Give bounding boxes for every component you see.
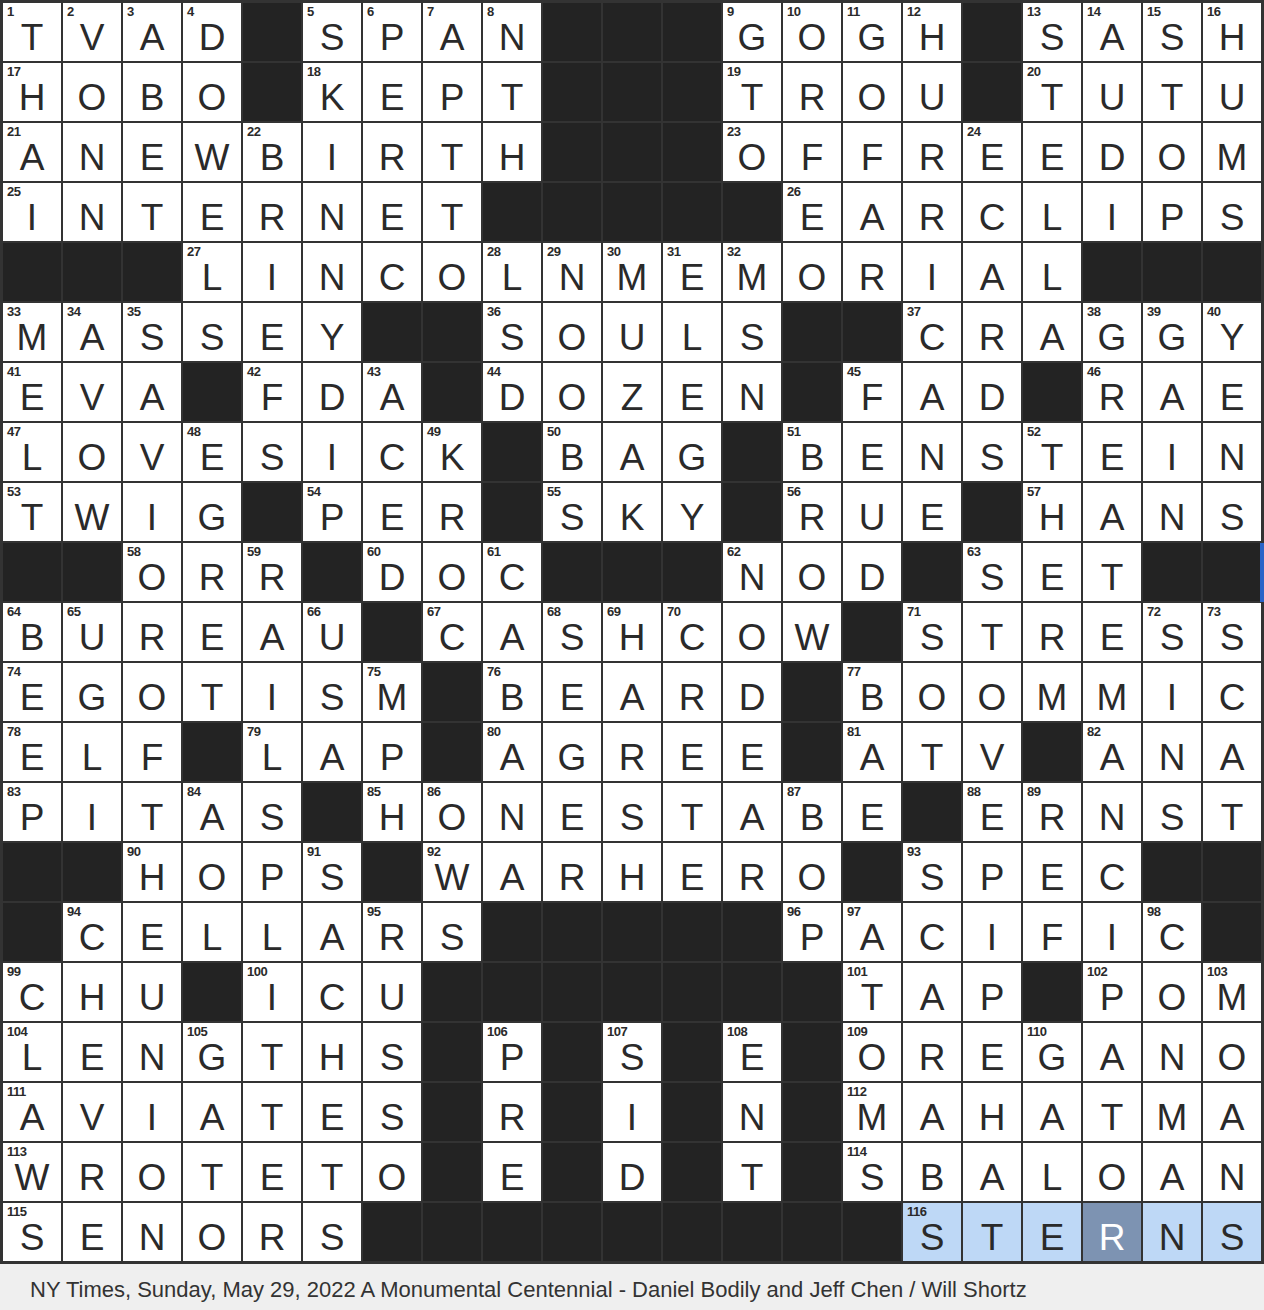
- cell-r14c4[interactable]: 84A: [183, 783, 241, 841]
- cell-r2c18[interactable]: 20T: [1023, 63, 1081, 121]
- cell-r14c20[interactable]: S: [1143, 783, 1201, 841]
- cell-r14c15[interactable]: E: [843, 783, 901, 841]
- cell-r4c5[interactable]: R: [243, 183, 301, 241]
- cell-r13c19[interactable]: 82A: [1083, 723, 1141, 781]
- cell-r14c8[interactable]: 86O: [423, 783, 481, 841]
- cell-r1c2[interactable]: 2V: [63, 3, 121, 61]
- cell-r6c12[interactable]: L: [663, 303, 721, 361]
- cell-r16c16[interactable]: C: [903, 903, 961, 961]
- cell-r4c16[interactable]: R: [903, 183, 961, 241]
- cell-r4c4[interactable]: E: [183, 183, 241, 241]
- cell-r15c18[interactable]: E: [1023, 843, 1081, 901]
- cell-r19c9[interactable]: R: [483, 1083, 541, 1141]
- cell-r20c19[interactable]: O: [1083, 1143, 1141, 1201]
- cell-r5c11[interactable]: 30M: [603, 243, 661, 301]
- cell-r6c9[interactable]: 36S: [483, 303, 541, 361]
- cell-r12c9[interactable]: 76B: [483, 663, 541, 721]
- cell-r1c3[interactable]: 3A: [123, 3, 181, 61]
- cell-r3c20[interactable]: O: [1143, 123, 1201, 181]
- cell-r6c13[interactable]: S: [723, 303, 781, 361]
- cell-r6c11[interactable]: U: [603, 303, 661, 361]
- cell-r11c4[interactable]: E: [183, 603, 241, 661]
- cell-r9c21[interactable]: S: [1203, 483, 1261, 541]
- cell-r6c3[interactable]: 35S: [123, 303, 181, 361]
- cell-r6c20[interactable]: 39G: [1143, 303, 1201, 361]
- cell-r1c1[interactable]: 1T: [3, 3, 61, 61]
- cell-r17c20[interactable]: O: [1143, 963, 1201, 1021]
- cell-r12c4[interactable]: T: [183, 663, 241, 721]
- cell-r14c5[interactable]: S: [243, 783, 301, 841]
- cell-r10c5[interactable]: 59R: [243, 543, 301, 601]
- cell-r10c4[interactable]: R: [183, 543, 241, 601]
- cell-r3c21[interactable]: M: [1203, 123, 1261, 181]
- cell-r8c17[interactable]: S: [963, 423, 1021, 481]
- cell-r7c13[interactable]: N: [723, 363, 781, 421]
- cell-r8c7[interactable]: C: [363, 423, 421, 481]
- cell-r8c12[interactable]: G: [663, 423, 721, 481]
- cell-r19c3[interactable]: I: [123, 1083, 181, 1141]
- cell-r15c5[interactable]: P: [243, 843, 301, 901]
- cell-r6c10[interactable]: O: [543, 303, 601, 361]
- cell-r8c2[interactable]: O: [63, 423, 121, 481]
- cell-r2c1[interactable]: 17H: [3, 63, 61, 121]
- cell-r13c17[interactable]: V: [963, 723, 1021, 781]
- cell-r15c19[interactable]: C: [1083, 843, 1141, 901]
- cell-r19c17[interactable]: H: [963, 1083, 1021, 1141]
- cell-r15c12[interactable]: E: [663, 843, 721, 901]
- cell-r6c17[interactable]: R: [963, 303, 1021, 361]
- cell-r5c12[interactable]: 31E: [663, 243, 721, 301]
- cell-r13c11[interactable]: R: [603, 723, 661, 781]
- cell-r20c16[interactable]: B: [903, 1143, 961, 1201]
- cell-r10c9[interactable]: 61C: [483, 543, 541, 601]
- cell-r10c15[interactable]: D: [843, 543, 901, 601]
- cell-r1c8[interactable]: 7A: [423, 3, 481, 61]
- cell-r11c16[interactable]: 71S: [903, 603, 961, 661]
- cell-r8c3[interactable]: V: [123, 423, 181, 481]
- cell-r12c2[interactable]: G: [63, 663, 121, 721]
- cell-r9c1[interactable]: 53T: [3, 483, 61, 541]
- cell-r20c11[interactable]: D: [603, 1143, 661, 1201]
- cell-r5c14[interactable]: O: [783, 243, 841, 301]
- cell-r16c2[interactable]: 94C: [63, 903, 121, 961]
- cell-r16c18[interactable]: F: [1023, 903, 1081, 961]
- cell-r16c19[interactable]: I: [1083, 903, 1141, 961]
- cell-r9c4[interactable]: G: [183, 483, 241, 541]
- cell-r17c21[interactable]: 103M: [1203, 963, 1261, 1021]
- cell-r19c4[interactable]: A: [183, 1083, 241, 1141]
- cell-r14c17[interactable]: 88E: [963, 783, 1021, 841]
- cell-r12c6[interactable]: S: [303, 663, 361, 721]
- cell-r1c14[interactable]: 10O: [783, 3, 841, 61]
- cell-r4c7[interactable]: E: [363, 183, 421, 241]
- cell-r13c21[interactable]: A: [1203, 723, 1261, 781]
- cell-r7c12[interactable]: E: [663, 363, 721, 421]
- cell-r7c2[interactable]: V: [63, 363, 121, 421]
- cell-r11c6[interactable]: 66U: [303, 603, 361, 661]
- cell-r8c20[interactable]: I: [1143, 423, 1201, 481]
- cell-r8c6[interactable]: I: [303, 423, 361, 481]
- cell-r6c4[interactable]: S: [183, 303, 241, 361]
- cell-r12c13[interactable]: D: [723, 663, 781, 721]
- cell-r8c11[interactable]: A: [603, 423, 661, 481]
- cell-r12c17[interactable]: O: [963, 663, 1021, 721]
- cell-r6c19[interactable]: 38G: [1083, 303, 1141, 361]
- cell-r8c10[interactable]: 50B: [543, 423, 601, 481]
- cell-r14c9[interactable]: N: [483, 783, 541, 841]
- cell-r6c16[interactable]: 37C: [903, 303, 961, 361]
- cell-r20c15[interactable]: 114S: [843, 1143, 901, 1201]
- cell-r17c16[interactable]: A: [903, 963, 961, 1021]
- cell-r7c15[interactable]: 45F: [843, 363, 901, 421]
- cell-r14c21[interactable]: T: [1203, 783, 1261, 841]
- cell-r4c17[interactable]: C: [963, 183, 1021, 241]
- cell-r19c11[interactable]: I: [603, 1083, 661, 1141]
- cell-r4c6[interactable]: N: [303, 183, 361, 241]
- cell-r1c18[interactable]: 13S: [1023, 3, 1081, 61]
- cell-r1c4[interactable]: 4D: [183, 3, 241, 61]
- cell-r18c19[interactable]: A: [1083, 1023, 1141, 1081]
- cell-r7c17[interactable]: D: [963, 363, 1021, 421]
- cell-r10c19[interactable]: T: [1083, 543, 1141, 601]
- cell-r5c17[interactable]: A: [963, 243, 1021, 301]
- cell-r9c2[interactable]: W: [63, 483, 121, 541]
- cell-r9c20[interactable]: N: [1143, 483, 1201, 541]
- cell-r3c9[interactable]: H: [483, 123, 541, 181]
- cell-r10c7[interactable]: 60D: [363, 543, 421, 601]
- cell-r9c10[interactable]: 55S: [543, 483, 601, 541]
- scrollbar-thumb[interactable]: [1260, 543, 1264, 602]
- cell-r3c4[interactable]: W: [183, 123, 241, 181]
- cell-r20c2[interactable]: R: [63, 1143, 121, 1201]
- cell-r15c16[interactable]: 93S: [903, 843, 961, 901]
- cell-r19c7[interactable]: S: [363, 1083, 421, 1141]
- cell-r2c19[interactable]: U: [1083, 63, 1141, 121]
- cell-r7c10[interactable]: O: [543, 363, 601, 421]
- cell-r4c20[interactable]: P: [1143, 183, 1201, 241]
- cell-r12c10[interactable]: E: [543, 663, 601, 721]
- cell-r5c10[interactable]: 29N: [543, 243, 601, 301]
- cell-r4c1[interactable]: 25I: [3, 183, 61, 241]
- cell-r15c4[interactable]: O: [183, 843, 241, 901]
- cell-r12c21[interactable]: C: [1203, 663, 1261, 721]
- cell-r14c19[interactable]: N: [1083, 783, 1141, 841]
- cell-r8c19[interactable]: E: [1083, 423, 1141, 481]
- cell-r21c3[interactable]: N: [123, 1203, 181, 1261]
- cell-r16c8[interactable]: S: [423, 903, 481, 961]
- cell-r13c15[interactable]: 81A: [843, 723, 901, 781]
- cell-r17c6[interactable]: C: [303, 963, 361, 1021]
- cell-r21c2[interactable]: E: [63, 1203, 121, 1261]
- cell-r2c2[interactable]: O: [63, 63, 121, 121]
- cell-r11c18[interactable]: R: [1023, 603, 1081, 661]
- cell-r16c7[interactable]: 95R: [363, 903, 421, 961]
- cell-r5c9[interactable]: 28L: [483, 243, 541, 301]
- cell-r12c18[interactable]: M: [1023, 663, 1081, 721]
- cell-r12c5[interactable]: I: [243, 663, 301, 721]
- cell-r1c20[interactable]: 15S: [1143, 3, 1201, 61]
- cell-r18c17[interactable]: E: [963, 1023, 1021, 1081]
- cell-r17c2[interactable]: H: [63, 963, 121, 1021]
- cell-r16c3[interactable]: E: [123, 903, 181, 961]
- cell-r20c5[interactable]: E: [243, 1143, 301, 1201]
- cell-r2c16[interactable]: U: [903, 63, 961, 121]
- cell-r18c11[interactable]: 107S: [603, 1023, 661, 1081]
- cell-r3c18[interactable]: E: [1023, 123, 1081, 181]
- cell-r2c6[interactable]: 18K: [303, 63, 361, 121]
- cell-r11c21[interactable]: 73S: [1203, 603, 1261, 661]
- cell-r9c14[interactable]: 56R: [783, 483, 841, 541]
- cell-r1c7[interactable]: 6P: [363, 3, 421, 61]
- cell-r10c17[interactable]: 63S: [963, 543, 1021, 601]
- cell-r16c6[interactable]: A: [303, 903, 361, 961]
- cell-r19c16[interactable]: A: [903, 1083, 961, 1141]
- cell-r13c5[interactable]: 79L: [243, 723, 301, 781]
- cell-r18c9[interactable]: 106P: [483, 1023, 541, 1081]
- cell-r14c18[interactable]: 89R: [1023, 783, 1081, 841]
- cell-r7c7[interactable]: 43A: [363, 363, 421, 421]
- cell-r16c20[interactable]: 98C: [1143, 903, 1201, 961]
- cell-r19c20[interactable]: M: [1143, 1083, 1201, 1141]
- cell-r9c15[interactable]: U: [843, 483, 901, 541]
- cell-r1c13[interactable]: 9G: [723, 3, 781, 61]
- cell-r16c15[interactable]: 97A: [843, 903, 901, 961]
- cell-r12c20[interactable]: I: [1143, 663, 1201, 721]
- cell-r11c5[interactable]: A: [243, 603, 301, 661]
- cell-r16c5[interactable]: L: [243, 903, 301, 961]
- cell-r7c21[interactable]: E: [1203, 363, 1261, 421]
- cell-r21c21[interactable]: S: [1203, 1203, 1261, 1261]
- cell-r15c8[interactable]: 92W: [423, 843, 481, 901]
- cell-r11c19[interactable]: E: [1083, 603, 1141, 661]
- cell-r18c1[interactable]: 104L: [3, 1023, 61, 1081]
- cell-r2c3[interactable]: B: [123, 63, 181, 121]
- cell-r4c21[interactable]: S: [1203, 183, 1261, 241]
- cell-r6c1[interactable]: 33M: [3, 303, 61, 361]
- cell-r1c16[interactable]: 12H: [903, 3, 961, 61]
- cell-r16c17[interactable]: I: [963, 903, 1021, 961]
- cell-r5c8[interactable]: O: [423, 243, 481, 301]
- cell-r13c10[interactable]: G: [543, 723, 601, 781]
- cell-r21c4[interactable]: O: [183, 1203, 241, 1261]
- cell-r4c8[interactable]: T: [423, 183, 481, 241]
- cell-r11c2[interactable]: 65U: [63, 603, 121, 661]
- cell-r19c2[interactable]: V: [63, 1083, 121, 1141]
- cell-r15c6[interactable]: 91S: [303, 843, 361, 901]
- cell-r15c11[interactable]: H: [603, 843, 661, 901]
- cell-r18c5[interactable]: T: [243, 1023, 301, 1081]
- cell-r2c8[interactable]: P: [423, 63, 481, 121]
- cell-r12c19[interactable]: M: [1083, 663, 1141, 721]
- cell-r20c13[interactable]: T: [723, 1143, 781, 1201]
- cell-r11c13[interactable]: O: [723, 603, 781, 661]
- cell-r2c15[interactable]: O: [843, 63, 901, 121]
- cell-r1c19[interactable]: 14A: [1083, 3, 1141, 61]
- cell-r4c3[interactable]: T: [123, 183, 181, 241]
- cell-r15c9[interactable]: A: [483, 843, 541, 901]
- cell-r20c20[interactable]: A: [1143, 1143, 1201, 1201]
- cell-r6c6[interactable]: Y: [303, 303, 361, 361]
- cell-r3c7[interactable]: R: [363, 123, 421, 181]
- cell-r20c9[interactable]: E: [483, 1143, 541, 1201]
- cell-r15c10[interactable]: R: [543, 843, 601, 901]
- cell-r7c9[interactable]: 44D: [483, 363, 541, 421]
- cell-r7c16[interactable]: A: [903, 363, 961, 421]
- cell-r21c18[interactable]: E: [1023, 1203, 1081, 1261]
- cell-r12c15[interactable]: 77B: [843, 663, 901, 721]
- cell-r11c12[interactable]: 70C: [663, 603, 721, 661]
- cell-r14c7[interactable]: 85H: [363, 783, 421, 841]
- cell-r18c4[interactable]: 105G: [183, 1023, 241, 1081]
- cell-r9c6[interactable]: 54P: [303, 483, 361, 541]
- cell-r12c7[interactable]: 75M: [363, 663, 421, 721]
- cell-r4c14[interactable]: 26E: [783, 183, 841, 241]
- cell-r7c20[interactable]: A: [1143, 363, 1201, 421]
- cell-r2c7[interactable]: E: [363, 63, 421, 121]
- cell-r11c11[interactable]: 69H: [603, 603, 661, 661]
- cell-r20c3[interactable]: O: [123, 1143, 181, 1201]
- cell-r20c21[interactable]: N: [1203, 1143, 1261, 1201]
- cell-r15c3[interactable]: 90H: [123, 843, 181, 901]
- cell-r3c8[interactable]: T: [423, 123, 481, 181]
- cell-r14c1[interactable]: 83P: [3, 783, 61, 841]
- cell-r21c5[interactable]: R: [243, 1203, 301, 1261]
- cell-r16c14[interactable]: 96P: [783, 903, 841, 961]
- cell-r8c15[interactable]: E: [843, 423, 901, 481]
- cell-r8c16[interactable]: N: [903, 423, 961, 481]
- cell-r7c3[interactable]: A: [123, 363, 181, 421]
- cell-r13c20[interactable]: N: [1143, 723, 1201, 781]
- cell-r11c10[interactable]: 68S: [543, 603, 601, 661]
- cell-r3c19[interactable]: D: [1083, 123, 1141, 181]
- cell-r10c13[interactable]: 62N: [723, 543, 781, 601]
- cell-r19c19[interactable]: T: [1083, 1083, 1141, 1141]
- cell-r21c19[interactable]: R: [1083, 1203, 1141, 1261]
- cell-r13c2[interactable]: L: [63, 723, 121, 781]
- cell-r1c15[interactable]: 11G: [843, 3, 901, 61]
- cell-r20c4[interactable]: T: [183, 1143, 241, 1201]
- cell-r6c2[interactable]: 34A: [63, 303, 121, 361]
- cell-r7c19[interactable]: 46R: [1083, 363, 1141, 421]
- cell-r9c3[interactable]: I: [123, 483, 181, 541]
- cell-r9c11[interactable]: K: [603, 483, 661, 541]
- cell-r13c12[interactable]: E: [663, 723, 721, 781]
- cell-r14c11[interactable]: S: [603, 783, 661, 841]
- cell-r7c11[interactable]: Z: [603, 363, 661, 421]
- cell-r18c16[interactable]: R: [903, 1023, 961, 1081]
- cell-r6c21[interactable]: 40Y: [1203, 303, 1261, 361]
- cell-r14c13[interactable]: A: [723, 783, 781, 841]
- cell-r8c18[interactable]: 52T: [1023, 423, 1081, 481]
- cell-r11c9[interactable]: A: [483, 603, 541, 661]
- cell-r9c18[interactable]: 57H: [1023, 483, 1081, 541]
- cell-r2c4[interactable]: O: [183, 63, 241, 121]
- cell-r19c5[interactable]: T: [243, 1083, 301, 1141]
- cell-r21c17[interactable]: T: [963, 1203, 1021, 1261]
- cell-r5c18[interactable]: L: [1023, 243, 1081, 301]
- cell-r8c14[interactable]: 51B: [783, 423, 841, 481]
- cell-r5c16[interactable]: I: [903, 243, 961, 301]
- cell-r9c19[interactable]: A: [1083, 483, 1141, 541]
- cell-r18c7[interactable]: S: [363, 1023, 421, 1081]
- cell-r7c6[interactable]: D: [303, 363, 361, 421]
- cell-r12c3[interactable]: O: [123, 663, 181, 721]
- cell-r5c15[interactable]: R: [843, 243, 901, 301]
- cell-r11c14[interactable]: W: [783, 603, 841, 661]
- cell-r2c21[interactable]: U: [1203, 63, 1261, 121]
- cell-r20c7[interactable]: O: [363, 1143, 421, 1201]
- cell-r7c5[interactable]: 42F: [243, 363, 301, 421]
- cell-r9c8[interactable]: R: [423, 483, 481, 541]
- cell-r2c20[interactable]: T: [1143, 63, 1201, 121]
- cell-r3c16[interactable]: R: [903, 123, 961, 181]
- cell-r5c4[interactable]: 27L: [183, 243, 241, 301]
- cell-r17c1[interactable]: 99C: [3, 963, 61, 1021]
- cell-r14c3[interactable]: T: [123, 783, 181, 841]
- cell-r18c20[interactable]: N: [1143, 1023, 1201, 1081]
- cell-r10c3[interactable]: 58O: [123, 543, 181, 601]
- cell-r6c18[interactable]: A: [1023, 303, 1081, 361]
- cell-r2c14[interactable]: R: [783, 63, 841, 121]
- cell-r20c18[interactable]: L: [1023, 1143, 1081, 1201]
- cell-r6c5[interactable]: E: [243, 303, 301, 361]
- cell-r21c6[interactable]: S: [303, 1203, 361, 1261]
- cell-r13c7[interactable]: P: [363, 723, 421, 781]
- cell-r13c3[interactable]: F: [123, 723, 181, 781]
- cell-r17c17[interactable]: P: [963, 963, 1021, 1021]
- cell-r11c17[interactable]: T: [963, 603, 1021, 661]
- cell-r19c13[interactable]: N: [723, 1083, 781, 1141]
- cell-r8c5[interactable]: S: [243, 423, 301, 481]
- cell-r2c13[interactable]: 19T: [723, 63, 781, 121]
- cell-r12c12[interactable]: R: [663, 663, 721, 721]
- cell-r21c16[interactable]: 116S: [903, 1203, 961, 1261]
- cell-r17c5[interactable]: 100I: [243, 963, 301, 1021]
- cell-r20c17[interactable]: A: [963, 1143, 1021, 1201]
- cell-r8c21[interactable]: N: [1203, 423, 1261, 481]
- cell-r17c19[interactable]: 102P: [1083, 963, 1141, 1021]
- cell-r19c18[interactable]: A: [1023, 1083, 1081, 1141]
- cell-r1c9[interactable]: 8N: [483, 3, 541, 61]
- cell-r2c9[interactable]: T: [483, 63, 541, 121]
- cell-r13c16[interactable]: T: [903, 723, 961, 781]
- cell-r3c6[interactable]: I: [303, 123, 361, 181]
- cell-r19c1[interactable]: 111A: [3, 1083, 61, 1141]
- cell-r16c4[interactable]: L: [183, 903, 241, 961]
- cell-r18c21[interactable]: O: [1203, 1023, 1261, 1081]
- cell-r9c12[interactable]: Y: [663, 483, 721, 541]
- cell-r5c13[interactable]: 32M: [723, 243, 781, 301]
- cell-r5c6[interactable]: N: [303, 243, 361, 301]
- cell-r11c1[interactable]: 64B: [3, 603, 61, 661]
- cell-r18c18[interactable]: 110G: [1023, 1023, 1081, 1081]
- cell-r10c8[interactable]: O: [423, 543, 481, 601]
- cell-r4c19[interactable]: I: [1083, 183, 1141, 241]
- cell-r14c12[interactable]: T: [663, 783, 721, 841]
- cell-r11c20[interactable]: 72S: [1143, 603, 1201, 661]
- cell-r9c7[interactable]: E: [363, 483, 421, 541]
- cell-r3c3[interactable]: E: [123, 123, 181, 181]
- cell-r18c2[interactable]: E: [63, 1023, 121, 1081]
- cell-r8c4[interactable]: 48E: [183, 423, 241, 481]
- cell-r12c11[interactable]: A: [603, 663, 661, 721]
- cell-r8c1[interactable]: 47L: [3, 423, 61, 481]
- cell-r4c2[interactable]: N: [63, 183, 121, 241]
- cell-r18c13[interactable]: 108E: [723, 1023, 781, 1081]
- cell-r3c15[interactable]: F: [843, 123, 901, 181]
- cell-r12c1[interactable]: 74E: [3, 663, 61, 721]
- cell-r1c6[interactable]: 5S: [303, 3, 361, 61]
